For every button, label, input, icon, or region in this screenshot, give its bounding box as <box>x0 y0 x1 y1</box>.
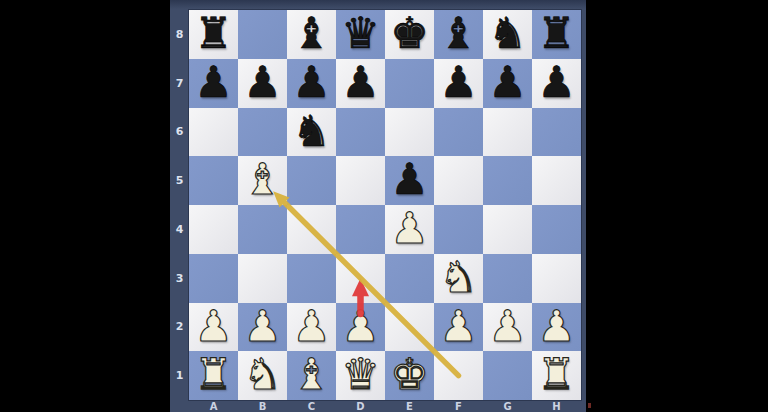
piece-black-rook: ♜ <box>194 9 233 58</box>
square-c1[interactable]: ♝ <box>287 351 336 400</box>
piece-black-pawn: ♟ <box>194 58 233 107</box>
square-g2[interactable]: ♟ <box>483 303 532 352</box>
square-f4[interactable] <box>434 205 483 254</box>
square-c7[interactable]: ♟ <box>287 59 336 108</box>
piece-white-bishop: ♝ <box>292 350 331 399</box>
square-b1[interactable]: ♞ <box>238 351 287 400</box>
piece-black-pawn: ♟ <box>439 58 478 107</box>
square-c6[interactable]: ♞ <box>287 108 336 157</box>
piece-black-king: ♚ <box>390 9 429 58</box>
square-g1[interactable] <box>483 351 532 400</box>
screenshot-canvas: 87654321 ♜♝♛♚♝♞♜♟♟♟♟♟♟♟♞♝♟♟♞♟♟♟♟♟♟♟♜♞♝♛♚… <box>0 0 768 412</box>
square-e3[interactable] <box>385 254 434 303</box>
piece-white-pawn: ♟ <box>439 302 478 351</box>
rank-label-3: 3 <box>170 254 189 303</box>
piece-black-knight: ♞ <box>292 107 331 156</box>
square-g5[interactable] <box>483 156 532 205</box>
piece-black-pawn: ♟ <box>390 155 429 204</box>
piece-black-bishop: ♝ <box>439 9 478 58</box>
square-b5[interactable]: ♝ <box>238 156 287 205</box>
square-h6[interactable] <box>532 108 581 157</box>
file-label-h: H <box>532 400 581 412</box>
file-label-d: D <box>336 400 385 412</box>
square-c3[interactable] <box>287 254 336 303</box>
rank-label-1: 1 <box>170 351 189 400</box>
file-label-f: F <box>434 400 483 412</box>
piece-white-pawn: ♟ <box>488 302 527 351</box>
square-e5[interactable]: ♟ <box>385 156 434 205</box>
piece-white-bishop: ♝ <box>243 155 282 204</box>
file-label-a: A <box>189 400 238 412</box>
square-h7[interactable]: ♟ <box>532 59 581 108</box>
piece-black-pawn: ♟ <box>488 58 527 107</box>
square-h3[interactable] <box>532 254 581 303</box>
square-d2[interactable]: ♟ <box>336 303 385 352</box>
chess-board[interactable]: ♜♝♛♚♝♞♜♟♟♟♟♟♟♟♞♝♟♟♞♟♟♟♟♟♟♟♜♞♝♛♚♜ <box>189 10 581 400</box>
rank-label-8: 8 <box>170 10 189 59</box>
file-label-b: B <box>238 400 287 412</box>
rank-label-5: 5 <box>170 156 189 205</box>
file-label-e: E <box>385 400 434 412</box>
square-a1[interactable]: ♜ <box>189 351 238 400</box>
rank-label-2: 2 <box>170 303 189 352</box>
file-coordinates: ABCDEFGH <box>189 400 581 412</box>
piece-white-king: ♚ <box>390 350 429 399</box>
square-f8[interactable]: ♝ <box>434 10 483 59</box>
square-g7[interactable]: ♟ <box>483 59 532 108</box>
square-f6[interactable] <box>434 108 483 157</box>
square-b6[interactable] <box>238 108 287 157</box>
piece-black-pawn: ♟ <box>341 58 380 107</box>
square-f7[interactable]: ♟ <box>434 59 483 108</box>
square-e6[interactable] <box>385 108 434 157</box>
square-e8[interactable]: ♚ <box>385 10 434 59</box>
square-h2[interactable]: ♟ <box>532 303 581 352</box>
square-c2[interactable]: ♟ <box>287 303 336 352</box>
square-c4[interactable] <box>287 205 336 254</box>
piece-black-queen: ♛ <box>341 9 380 58</box>
piece-white-pawn: ♟ <box>194 302 233 351</box>
frame-corner-dot <box>588 403 591 408</box>
rank-label-4: 4 <box>170 205 189 254</box>
piece-white-pawn: ♟ <box>292 302 331 351</box>
square-g6[interactable] <box>483 108 532 157</box>
square-h1[interactable]: ♜ <box>532 351 581 400</box>
file-label-c: C <box>287 400 336 412</box>
square-a8[interactable]: ♜ <box>189 10 238 59</box>
square-e1[interactable]: ♚ <box>385 351 434 400</box>
square-a6[interactable] <box>189 108 238 157</box>
piece-black-knight: ♞ <box>488 9 527 58</box>
piece-black-pawn: ♟ <box>292 58 331 107</box>
square-b4[interactable] <box>238 205 287 254</box>
square-a3[interactable] <box>189 254 238 303</box>
square-h5[interactable] <box>532 156 581 205</box>
square-d1[interactable]: ♛ <box>336 351 385 400</box>
square-d4[interactable] <box>336 205 385 254</box>
piece-white-rook: ♜ <box>194 350 233 399</box>
rank-label-6: 6 <box>170 108 189 157</box>
piece-black-bishop: ♝ <box>292 9 331 58</box>
square-e7[interactable] <box>385 59 434 108</box>
square-e4[interactable]: ♟ <box>385 205 434 254</box>
square-d3[interactable] <box>336 254 385 303</box>
square-e2[interactable] <box>385 303 434 352</box>
square-c8[interactable]: ♝ <box>287 10 336 59</box>
square-g4[interactable] <box>483 205 532 254</box>
square-d7[interactable]: ♟ <box>336 59 385 108</box>
square-g8[interactable]: ♞ <box>483 10 532 59</box>
file-label-g: G <box>483 400 532 412</box>
square-h8[interactable]: ♜ <box>532 10 581 59</box>
rank-label-7: 7 <box>170 59 189 108</box>
piece-white-pawn: ♟ <box>243 302 282 351</box>
square-h4[interactable] <box>532 205 581 254</box>
square-b7[interactable]: ♟ <box>238 59 287 108</box>
piece-white-pawn: ♟ <box>537 302 576 351</box>
square-a5[interactable] <box>189 156 238 205</box>
piece-white-knight: ♞ <box>243 350 282 399</box>
piece-black-rook: ♜ <box>537 9 576 58</box>
square-f1[interactable] <box>434 351 483 400</box>
square-a4[interactable] <box>189 205 238 254</box>
square-b8[interactable] <box>238 10 287 59</box>
piece-white-knight: ♞ <box>439 253 478 302</box>
chess-board-frame: 87654321 ♜♝♛♚♝♞♜♟♟♟♟♟♟♟♞♝♟♟♞♟♟♟♟♟♟♟♜♞♝♛♚… <box>170 0 586 412</box>
piece-black-pawn: ♟ <box>243 58 282 107</box>
square-f3[interactable]: ♞ <box>434 254 483 303</box>
square-a2[interactable]: ♟ <box>189 303 238 352</box>
square-b3[interactable] <box>238 254 287 303</box>
square-c5[interactable] <box>287 156 336 205</box>
piece-white-rook: ♜ <box>537 350 576 399</box>
piece-black-pawn: ♟ <box>537 58 576 107</box>
square-b2[interactable]: ♟ <box>238 303 287 352</box>
square-f2[interactable]: ♟ <box>434 303 483 352</box>
rank-coordinates: 87654321 <box>170 10 189 400</box>
piece-white-pawn: ♟ <box>341 302 380 351</box>
square-d6[interactable] <box>336 108 385 157</box>
piece-white-pawn: ♟ <box>390 204 429 253</box>
square-g3[interactable] <box>483 254 532 303</box>
square-d5[interactable] <box>336 156 385 205</box>
square-f5[interactable] <box>434 156 483 205</box>
square-d8[interactable]: ♛ <box>336 10 385 59</box>
piece-white-queen: ♛ <box>341 350 380 399</box>
square-a7[interactable]: ♟ <box>189 59 238 108</box>
